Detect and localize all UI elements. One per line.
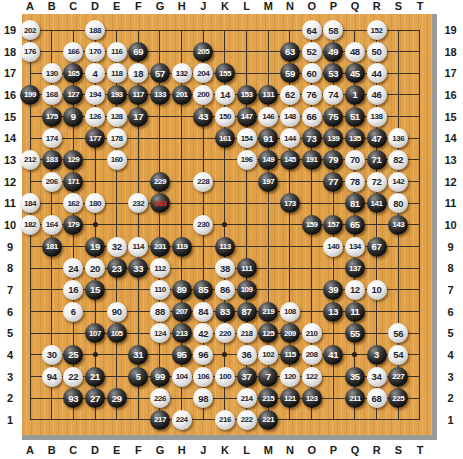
intersection-D14[interactable]: 177 (84, 127, 106, 149)
intersection-O6[interactable] (301, 301, 323, 323)
intersection-O8[interactable] (301, 257, 323, 279)
intersection-K3[interactable]: 100 (214, 366, 236, 388)
intersection-J2[interactable]: 98 (192, 387, 214, 409)
intersection-C12[interactable]: 171 (63, 171, 85, 193)
intersection-E19[interactable] (106, 19, 128, 41)
intersection-P3[interactable] (322, 366, 344, 388)
intersection-T4[interactable] (409, 344, 431, 366)
intersection-H19[interactable] (171, 19, 193, 41)
intersection-D7[interactable]: 15 (84, 279, 106, 301)
intersection-Q4[interactable] (344, 344, 366, 366)
intersection-C10[interactable]: 179 (63, 214, 85, 236)
intersection-L15[interactable]: 147 (236, 106, 258, 128)
intersection-B10[interactable]: 164 (41, 214, 63, 236)
intersection-R3[interactable]: 34 (366, 366, 388, 388)
intersection-G15[interactable] (149, 106, 171, 128)
intersection-T19[interactable] (409, 19, 431, 41)
intersection-F10[interactable] (127, 214, 149, 236)
intersection-A8[interactable] (19, 257, 41, 279)
intersection-Q7[interactable]: 12 (344, 279, 366, 301)
intersection-R18[interactable]: 50 (366, 41, 388, 63)
intersection-H8[interactable] (171, 257, 193, 279)
intersection-B14[interactable]: 174 (41, 127, 63, 149)
intersection-R19[interactable]: 152 (366, 19, 388, 41)
intersection-P4[interactable]: 41 (322, 344, 344, 366)
intersection-G10[interactable] (149, 214, 171, 236)
intersection-T15[interactable] (409, 106, 431, 128)
intersection-F5[interactable] (127, 322, 149, 344)
intersection-E8[interactable]: 23 (106, 257, 128, 279)
intersection-P12[interactable]: 77 (322, 171, 344, 193)
intersection-C8[interactable]: 24 (63, 257, 85, 279)
intersection-T17[interactable] (409, 63, 431, 85)
intersection-D6[interactable] (84, 301, 106, 323)
intersection-S5[interactable]: 56 (387, 322, 409, 344)
intersection-F17[interactable]: 18 (127, 63, 149, 85)
intersection-G8[interactable]: 112 (149, 257, 171, 279)
intersection-J6[interactable]: 84 (192, 301, 214, 323)
intersection-R12[interactable]: 72 (366, 171, 388, 193)
intersection-Q1[interactable] (344, 409, 366, 431)
intersection-N19[interactable] (279, 19, 301, 41)
intersection-P19[interactable]: 58 (322, 19, 344, 41)
intersection-B4[interactable]: 30 (41, 344, 63, 366)
intersection-G2[interactable]: 226 (149, 387, 171, 409)
intersection-E7[interactable] (106, 279, 128, 301)
intersection-T18[interactable] (409, 41, 431, 63)
intersection-F12[interactable] (127, 171, 149, 193)
intersection-N8[interactable] (279, 257, 301, 279)
intersection-Q9[interactable]: 134 (344, 236, 366, 258)
intersection-S17[interactable] (387, 63, 409, 85)
intersection-H16[interactable]: 201 (171, 84, 193, 106)
intersection-E14[interactable]: 178 (106, 127, 128, 149)
intersection-M17[interactable] (257, 63, 279, 85)
intersection-M8[interactable] (257, 257, 279, 279)
intersection-K10[interactable] (214, 214, 236, 236)
intersection-S16[interactable] (387, 84, 409, 106)
intersection-T11[interactable] (409, 192, 431, 214)
intersection-N11[interactable]: 173 (279, 192, 301, 214)
intersection-L17[interactable] (236, 63, 258, 85)
intersection-E16[interactable]: 193 (106, 84, 128, 106)
intersection-J4[interactable]: 96 (192, 344, 214, 366)
intersection-N15[interactable]: 148 (279, 106, 301, 128)
intersection-P11[interactable] (322, 192, 344, 214)
intersection-C6[interactable]: 6 (63, 301, 85, 323)
intersection-D11[interactable]: 180 (84, 192, 106, 214)
intersection-S6[interactable] (387, 301, 409, 323)
intersection-N13[interactable]: 145 (279, 149, 301, 171)
intersection-B11[interactable] (41, 192, 63, 214)
intersection-C15[interactable]: 9 (63, 106, 85, 128)
intersection-R8[interactable] (366, 257, 388, 279)
intersection-F18[interactable]: 69 (127, 41, 149, 63)
intersection-S7[interactable] (387, 279, 409, 301)
intersection-T2[interactable] (409, 387, 431, 409)
intersection-G16[interactable]: 133 (149, 84, 171, 106)
intersection-M2[interactable]: 215 (257, 387, 279, 409)
intersection-M15[interactable]: 146 (257, 106, 279, 128)
intersection-J8[interactable] (192, 257, 214, 279)
intersection-M14[interactable]: 91 (257, 127, 279, 149)
intersection-R7[interactable]: 10 (366, 279, 388, 301)
intersection-T9[interactable] (409, 236, 431, 258)
intersection-Q11[interactable]: 81 (344, 192, 366, 214)
intersection-N10[interactable] (279, 214, 301, 236)
intersection-C17[interactable]: 165 (63, 63, 85, 85)
intersection-K18[interactable] (214, 41, 236, 63)
intersection-B8[interactable] (41, 257, 63, 279)
intersection-O13[interactable]: 191 (301, 149, 323, 171)
intersection-C7[interactable]: 16 (63, 279, 85, 301)
intersection-J15[interactable]: 43 (192, 106, 214, 128)
intersection-M13[interactable]: 149 (257, 149, 279, 171)
intersection-B15[interactable]: 175 (41, 106, 63, 128)
intersection-L1[interactable]: 222 (236, 409, 258, 431)
intersection-M19[interactable] (257, 19, 279, 41)
intersection-N16[interactable]: 62 (279, 84, 301, 106)
intersection-J17[interactable]: 204 (192, 63, 214, 85)
intersection-A3[interactable] (19, 366, 41, 388)
intersection-D9[interactable]: 19 (84, 236, 106, 258)
intersection-Q3[interactable]: 35 (344, 366, 366, 388)
intersection-D12[interactable] (84, 171, 106, 193)
intersection-E12[interactable] (106, 171, 128, 193)
intersection-A15[interactable] (19, 106, 41, 128)
intersection-O15[interactable]: 66 (301, 106, 323, 128)
intersection-O9[interactable] (301, 236, 323, 258)
intersection-B9[interactable]: 181 (41, 236, 63, 258)
intersection-Q5[interactable]: 55 (344, 322, 366, 344)
intersection-K1[interactable]: 216 (214, 409, 236, 431)
intersection-O14[interactable]: 73 (301, 127, 323, 149)
intersection-Q16[interactable]: 1 (344, 84, 366, 106)
intersection-A19[interactable]: 202 (19, 19, 41, 41)
intersection-F1[interactable] (127, 409, 149, 431)
intersection-P9[interactable]: 140 (322, 236, 344, 258)
intersection-Q18[interactable]: 48 (344, 41, 366, 63)
intersection-F9[interactable]: 114 (127, 236, 149, 258)
intersection-E1[interactable] (106, 409, 128, 431)
intersection-F6[interactable] (127, 301, 149, 323)
intersection-O16[interactable]: 76 (301, 84, 323, 106)
intersection-H17[interactable]: 132 (171, 63, 193, 85)
intersection-H13[interactable] (171, 149, 193, 171)
intersection-D1[interactable] (84, 409, 106, 431)
intersection-L18[interactable] (236, 41, 258, 63)
intersection-C1[interactable] (63, 409, 85, 431)
intersection-K6[interactable]: 83 (214, 301, 236, 323)
intersection-S15[interactable] (387, 106, 409, 128)
intersection-R1[interactable] (366, 409, 388, 431)
intersection-J12[interactable]: 228 (192, 171, 214, 193)
intersection-A4[interactable] (19, 344, 41, 366)
intersection-F14[interactable] (127, 127, 149, 149)
intersection-A18[interactable]: 176 (19, 41, 41, 63)
intersection-O10[interactable]: 159 (301, 214, 323, 236)
intersection-L14[interactable]: 154 (236, 127, 258, 149)
intersection-M10[interactable] (257, 214, 279, 236)
intersection-S19[interactable] (387, 19, 409, 41)
intersection-E2[interactable]: 29 (106, 387, 128, 409)
intersection-B12[interactable]: 206 (41, 171, 63, 193)
intersection-D19[interactable]: 188 (84, 19, 106, 41)
intersection-N17[interactable]: 59 (279, 63, 301, 85)
intersection-M4[interactable]: 102 (257, 344, 279, 366)
intersection-T13[interactable] (409, 149, 431, 171)
intersection-R9[interactable]: 67 (366, 236, 388, 258)
intersection-K7[interactable]: 86 (214, 279, 236, 301)
intersection-T12[interactable] (409, 171, 431, 193)
intersection-P6[interactable]: 13 (322, 301, 344, 323)
intersection-R2[interactable]: 68 (366, 387, 388, 409)
intersection-C3[interactable]: 22 (63, 366, 85, 388)
intersection-G13[interactable] (149, 149, 171, 171)
intersection-A9[interactable] (19, 236, 41, 258)
intersection-Q10[interactable]: 65 (344, 214, 366, 236)
intersection-J1[interactable] (192, 409, 214, 431)
intersection-P16[interactable]: 74 (322, 84, 344, 106)
intersection-A1[interactable] (19, 409, 41, 431)
intersection-E9[interactable]: 32 (106, 236, 128, 258)
intersection-J14[interactable] (192, 127, 214, 149)
intersection-D17[interactable]: 4 (84, 63, 106, 85)
intersection-H10[interactable] (171, 214, 193, 236)
intersection-R4[interactable]: 3 (366, 344, 388, 366)
intersection-T14[interactable] (409, 127, 431, 149)
intersection-Q17[interactable]: 45 (344, 63, 366, 85)
intersection-G14[interactable] (149, 127, 171, 149)
intersection-O12[interactable] (301, 171, 323, 193)
intersection-E18[interactable]: 116 (106, 41, 128, 63)
intersection-L5[interactable]: 218 (236, 322, 258, 344)
intersection-L12[interactable] (236, 171, 258, 193)
intersection-P14[interactable]: 139 (322, 127, 344, 149)
intersection-C11[interactable]: 162 (63, 192, 85, 214)
intersection-M12[interactable]: 197 (257, 171, 279, 193)
intersection-P17[interactable]: 53 (322, 63, 344, 85)
intersection-J3[interactable]: 106 (192, 366, 214, 388)
intersection-H15[interactable] (171, 106, 193, 128)
intersection-S3[interactable]: 227 (387, 366, 409, 388)
intersection-J18[interactable]: 205 (192, 41, 214, 63)
intersection-K4[interactable] (214, 344, 236, 366)
intersection-O11[interactable] (301, 192, 323, 214)
intersection-B13[interactable]: 183 (41, 149, 63, 171)
intersection-E13[interactable]: 160 (106, 149, 128, 171)
intersection-K16[interactable]: 14 (214, 84, 236, 106)
intersection-F11[interactable]: 232 (127, 192, 149, 214)
intersection-F3[interactable]: 5 (127, 366, 149, 388)
intersection-P15[interactable]: 75 (322, 106, 344, 128)
intersection-P5[interactable] (322, 322, 344, 344)
intersection-T5[interactable] (409, 322, 431, 344)
intersection-M9[interactable] (257, 236, 279, 258)
intersection-A17[interactable] (19, 63, 41, 85)
intersection-B16[interactable]: 168 (41, 84, 63, 106)
intersection-P2[interactable] (322, 387, 344, 409)
intersection-O7[interactable] (301, 279, 323, 301)
intersection-G18[interactable] (149, 41, 171, 63)
intersection-S13[interactable]: 82 (387, 149, 409, 171)
intersection-B2[interactable] (41, 387, 63, 409)
intersection-R17[interactable]: 44 (366, 63, 388, 85)
intersection-F19[interactable] (127, 19, 149, 41)
intersection-G19[interactable] (149, 19, 171, 41)
intersection-L8[interactable]: 111 (236, 257, 258, 279)
intersection-H14[interactable] (171, 127, 193, 149)
intersection-F4[interactable]: 31 (127, 344, 149, 366)
intersection-H4[interactable]: 95 (171, 344, 193, 366)
intersection-Q19[interactable] (344, 19, 366, 41)
intersection-L10[interactable] (236, 214, 258, 236)
intersection-B5[interactable] (41, 322, 63, 344)
intersection-J13[interactable] (192, 149, 214, 171)
intersection-J5[interactable]: 42 (192, 322, 214, 344)
intersection-K2[interactable] (214, 387, 236, 409)
intersection-H5[interactable]: 213 (171, 322, 193, 344)
intersection-E10[interactable] (106, 214, 128, 236)
intersection-D18[interactable]: 170 (84, 41, 106, 63)
intersection-D15[interactable]: 126 (84, 106, 106, 128)
intersection-R16[interactable]: 46 (366, 84, 388, 106)
intersection-S18[interactable] (387, 41, 409, 63)
intersection-P7[interactable]: 39 (322, 279, 344, 301)
intersection-C9[interactable] (63, 236, 85, 258)
intersection-O1[interactable] (301, 409, 323, 431)
intersection-N12[interactable] (279, 171, 301, 193)
intersection-K17[interactable]: 155 (214, 63, 236, 85)
intersection-J9[interactable] (192, 236, 214, 258)
intersection-L9[interactable] (236, 236, 258, 258)
intersection-B3[interactable]: 94 (41, 366, 63, 388)
intersection-K5[interactable]: 220 (214, 322, 236, 344)
intersection-M16[interactable]: 131 (257, 84, 279, 106)
intersection-T6[interactable] (409, 301, 431, 323)
intersection-D8[interactable]: 20 (84, 257, 106, 279)
intersection-E17[interactable]: 118 (106, 63, 128, 85)
intersection-D13[interactable] (84, 149, 106, 171)
intersection-S9[interactable] (387, 236, 409, 258)
intersection-S14[interactable]: 136 (387, 127, 409, 149)
intersection-J16[interactable]: 200 (192, 84, 214, 106)
intersection-M7[interactable] (257, 279, 279, 301)
intersection-S1[interactable] (387, 409, 409, 431)
intersection-A16[interactable]: 199 (19, 84, 41, 106)
intersection-F2[interactable] (127, 387, 149, 409)
intersection-F15[interactable]: 17 (127, 106, 149, 128)
intersection-F7[interactable] (127, 279, 149, 301)
intersection-A12[interactable] (19, 171, 41, 193)
intersection-A10[interactable]: 182 (19, 214, 41, 236)
intersection-Q15[interactable]: 51 (344, 106, 366, 128)
intersection-R13[interactable]: 71 (366, 149, 388, 171)
intersection-T7[interactable] (409, 279, 431, 301)
intersection-N2[interactable]: 121 (279, 387, 301, 409)
intersection-H6[interactable]: 207 (171, 301, 193, 323)
intersection-C16[interactable]: 127 (63, 84, 85, 106)
intersection-H1[interactable]: 224 (171, 409, 193, 431)
intersection-R11[interactable]: 141 (366, 192, 388, 214)
intersection-R5[interactable] (366, 322, 388, 344)
intersection-R14[interactable]: 47 (366, 127, 388, 149)
intersection-Q2[interactable]: 211 (344, 387, 366, 409)
intersection-B7[interactable] (41, 279, 63, 301)
intersection-N14[interactable]: 144 (279, 127, 301, 149)
intersection-G11[interactable]: 233 (149, 192, 171, 214)
intersection-F8[interactable]: 33 (127, 257, 149, 279)
intersection-Q14[interactable]: 135 (344, 127, 366, 149)
intersection-G1[interactable]: 217 (149, 409, 171, 431)
intersection-B1[interactable] (41, 409, 63, 431)
intersection-P13[interactable]: 79 (322, 149, 344, 171)
intersection-O3[interactable]: 122 (301, 366, 323, 388)
intersection-M18[interactable] (257, 41, 279, 63)
intersection-E6[interactable]: 90 (106, 301, 128, 323)
intersection-R10[interactable] (366, 214, 388, 236)
intersection-M1[interactable]: 221 (257, 409, 279, 431)
intersection-H7[interactable]: 89 (171, 279, 193, 301)
intersection-B18[interactable] (41, 41, 63, 63)
intersection-O5[interactable]: 210 (301, 322, 323, 344)
intersection-F13[interactable] (127, 149, 149, 171)
intersection-H12[interactable] (171, 171, 193, 193)
intersection-N3[interactable]: 120 (279, 366, 301, 388)
intersection-L16[interactable]: 153 (236, 84, 258, 106)
intersection-C18[interactable]: 166 (63, 41, 85, 63)
intersection-L19[interactable] (236, 19, 258, 41)
intersection-K13[interactable] (214, 149, 236, 171)
intersection-K14[interactable]: 161 (214, 127, 236, 149)
intersection-S4[interactable]: 54 (387, 344, 409, 366)
intersection-M6[interactable]: 219 (257, 301, 279, 323)
intersection-O4[interactable]: 208 (301, 344, 323, 366)
intersection-C19[interactable] (63, 19, 85, 41)
intersection-O17[interactable]: 60 (301, 63, 323, 85)
intersection-T3[interactable] (409, 366, 431, 388)
intersection-M3[interactable]: 7 (257, 366, 279, 388)
intersection-A14[interactable] (19, 127, 41, 149)
intersection-L4[interactable]: 36 (236, 344, 258, 366)
intersection-B17[interactable]: 130 (41, 63, 63, 85)
intersection-M5[interactable]: 125 (257, 322, 279, 344)
intersection-T10[interactable] (409, 214, 431, 236)
intersection-O19[interactable]: 64 (301, 19, 323, 41)
intersection-M11[interactable] (257, 192, 279, 214)
intersection-L3[interactable]: 37 (236, 366, 258, 388)
intersection-T1[interactable] (409, 409, 431, 431)
intersection-H18[interactable] (171, 41, 193, 63)
intersection-P1[interactable] (322, 409, 344, 431)
intersection-G17[interactable]: 57 (149, 63, 171, 85)
intersection-K8[interactable]: 38 (214, 257, 236, 279)
intersection-E5[interactable]: 105 (106, 322, 128, 344)
intersection-Q12[interactable]: 78 (344, 171, 366, 193)
intersection-O18[interactable]: 52 (301, 41, 323, 63)
intersection-D3[interactable]: 21 (84, 366, 106, 388)
intersection-E15[interactable]: 128 (106, 106, 128, 128)
intersection-G3[interactable]: 99 (149, 366, 171, 388)
intersection-L2[interactable]: 214 (236, 387, 258, 409)
intersection-K15[interactable]: 150 (214, 106, 236, 128)
intersection-P8[interactable] (322, 257, 344, 279)
intersection-Q13[interactable]: 70 (344, 149, 366, 171)
intersection-K12[interactable] (214, 171, 236, 193)
intersection-J19[interactable] (192, 19, 214, 41)
intersection-L6[interactable]: 87 (236, 301, 258, 323)
intersection-A13[interactable]: 212 (19, 149, 41, 171)
